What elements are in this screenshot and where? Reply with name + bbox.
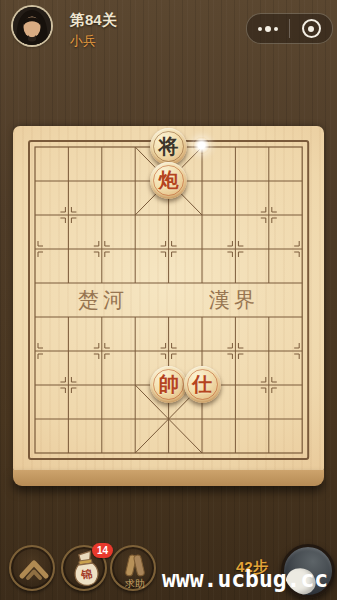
hint-bag-button[interactable]: 锦 14 — [61, 545, 107, 591]
more-button[interactable] — [247, 14, 289, 43]
piece-red-general[interactable]: 帥 — [150, 366, 187, 403]
miniprogram-capsule — [246, 13, 333, 44]
piece-label: 炮 — [159, 170, 179, 190]
more-icon — [258, 27, 262, 31]
piece-black-general[interactable]: 将 — [150, 128, 187, 165]
avatar-portrait — [13, 7, 51, 45]
piece-red-cannon[interactable]: 炮 — [150, 162, 187, 199]
watermark: www.ucbug.cc — [162, 566, 328, 592]
exit-icon — [302, 19, 321, 38]
exit-button[interactable] — [290, 14, 332, 43]
svg-text:求助: 求助 — [124, 578, 145, 589]
board-edge — [13, 470, 324, 486]
river-text-left: 楚河 — [78, 288, 128, 312]
chevron-up-icon — [11, 547, 57, 593]
praying-hands-icon: 求助 — [112, 547, 158, 593]
menu-button[interactable] — [9, 545, 55, 591]
level-title: 第84关 — [70, 11, 117, 30]
player-rank: 小兵 — [70, 32, 96, 50]
piece-label: 仕 — [192, 374, 212, 394]
piece-label: 将 — [159, 136, 179, 156]
svg-text:锦: 锦 — [79, 567, 93, 582]
player-avatar[interactable] — [13, 7, 51, 45]
piece-red-advisor[interactable]: 仕 — [184, 366, 221, 403]
river-text-right: 漢界 — [209, 288, 259, 312]
hint-count-badge: 14 — [92, 543, 113, 558]
piece-label: 帥 — [159, 374, 179, 394]
help-button[interactable]: 求助 — [110, 545, 156, 591]
game-screen: 第84关 小兵 楚河 漢界 将炮帥仕 — [0, 0, 337, 600]
xiangqi-board[interactable]: 楚河 漢界 将炮帥仕 — [13, 126, 324, 472]
sparkle-effect — [193, 137, 210, 154]
